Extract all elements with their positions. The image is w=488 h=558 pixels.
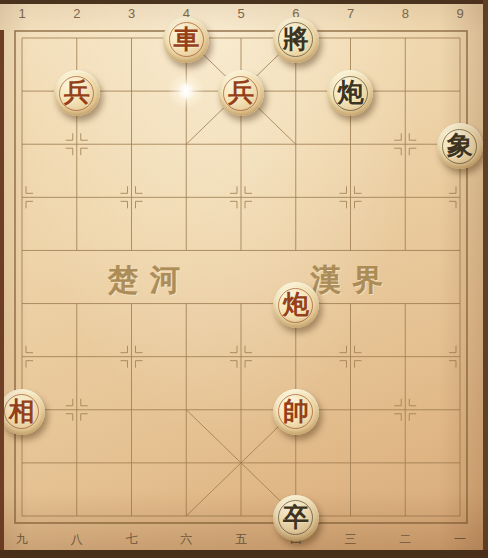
black-soldier-glyph: 卒 [283,505,309,531]
red-chariot[interactable]: 車 [163,17,209,63]
black-elephant-glyph: 象 [447,133,473,159]
red-soldier-a-glyph: 兵 [64,80,90,106]
red-soldier-a[interactable]: 兵 [54,70,100,116]
red-elephant[interactable]: 相 [0,389,45,435]
red-soldier-b-glyph: 兵 [228,80,254,106]
black-cannon-glyph: 炮 [337,80,363,106]
black-general-glyph: 將 [283,27,309,53]
red-chariot-glyph: 車 [173,27,199,53]
red-cannon-glyph: 炮 [283,292,309,318]
red-general-glyph: 帥 [283,399,309,425]
xiangqi-board-app: 123456789 九八七六五四三二一 楚河 漢界 車將兵兵炮象炮相帥卒 [0,0,488,558]
red-soldier-b[interactable]: 兵 [218,70,264,116]
red-elephant-glyph: 相 [9,399,35,425]
black-elephant[interactable]: 象 [437,123,483,169]
red-general[interactable]: 帥 [273,389,319,435]
black-general[interactable]: 將 [273,17,319,63]
piece-grid[interactable]: 車將兵兵炮象炮相帥卒 [0,11,487,542]
black-soldier[interactable]: 卒 [273,495,319,541]
black-cannon[interactable]: 炮 [327,70,373,116]
red-cannon[interactable]: 炮 [273,282,319,328]
